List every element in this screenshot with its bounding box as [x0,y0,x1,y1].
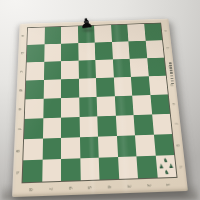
square-c6 [61,61,78,80]
coord-label: e [11,105,30,113]
coord-label: 3 [124,177,135,196]
square-g4 [98,136,118,158]
coord-label: e [164,100,183,108]
square-e4 [97,96,116,116]
square-d5 [78,78,96,97]
square-e6 [61,98,79,118]
coord-label: a [14,32,31,39]
square-a3 [111,25,129,42]
coord-label: b [159,45,177,52]
square-b6 [61,43,78,61]
square-f6 [61,117,79,138]
square-c5 [78,60,96,79]
coord-label: 5 [85,178,95,197]
square-h3 [118,156,138,179]
square-g7 [42,138,61,160]
square-g3 [116,135,136,157]
square-a2 [127,24,145,41]
square-c3 [112,59,130,78]
square-c4 [95,59,113,78]
coord-label: 8 [26,180,36,199]
square-e7 [43,98,61,118]
square-f5 [79,116,98,137]
square-e2 [132,95,151,115]
square-g2 [135,135,155,157]
square-h7 [42,159,61,182]
square-h2 [136,156,157,179]
coord-label: 7 [46,180,56,199]
square-b5 [78,43,95,61]
square-g6 [61,137,80,159]
board-grid [22,23,178,184]
square-d7 [43,79,61,98]
square-d3 [113,77,132,96]
square-c7 [44,61,61,80]
square-e3 [114,96,133,116]
coord-label: d [12,86,30,94]
square-a6 [61,26,78,43]
coord-label: g [168,141,188,149]
square-h6 [61,158,80,181]
square-h5 [80,158,100,181]
square-a4 [94,25,111,42]
coord-label: b [13,50,31,57]
square-b4 [95,42,113,60]
coord-label: a [157,28,175,35]
coord-label: h [8,168,28,177]
square-h4 [99,157,119,180]
coord-label: 4 [104,178,115,197]
square-c2 [130,58,149,77]
square-b7 [44,44,61,62]
coord-label: 2 [143,176,154,195]
square-d2 [131,76,150,95]
square-f3 [115,115,135,136]
coord-label: f [166,120,186,128]
photo-background: 87654321 abcdefgh abcdefgh ♞ ♟ ♟ ♞ ♟ [0,0,200,200]
coord-label: 1 [163,176,175,195]
square-d4 [96,78,114,97]
square-f4 [97,116,116,137]
coord-label: c [12,68,30,75]
logo-piece-icon: ♞ [164,169,170,175]
black-pawn: ♟ [78,13,95,33]
chess-board: 87654321 abcdefgh abcdefgh ♞ ♟ ♟ ♞ ♟ [12,19,188,197]
square-g5 [80,137,99,159]
square-f2 [134,114,154,135]
square-e5 [79,97,97,117]
square-f7 [43,118,61,139]
corner-logo: ♞ ♟ ♟ ♞ [158,158,175,175]
square-d6 [61,79,79,98]
coord-label: 6 [65,179,75,198]
square-b3 [112,41,130,59]
coord-label: g [9,146,28,154]
coord-label: f [10,125,29,133]
square-a7 [44,27,61,44]
square-b2 [128,41,146,59]
